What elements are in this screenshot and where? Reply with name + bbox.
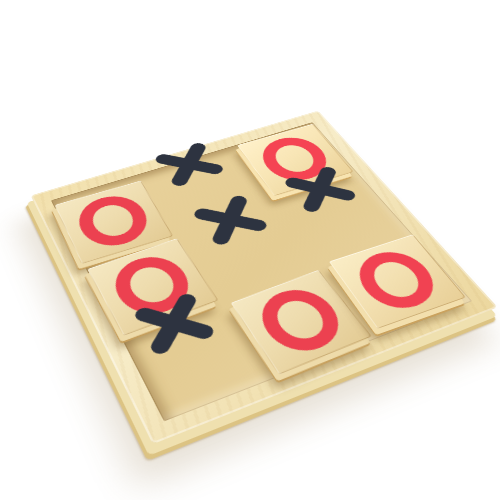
o-piece-ring (71, 190, 157, 253)
tile-x-r1c2[interactable]: X (149, 151, 228, 177)
o-piece-ring (249, 281, 352, 360)
scene: OXOOXXXOO (0, 0, 500, 500)
board-well: OXOOXXXOO (51, 122, 472, 421)
tic-tac-toe-board: OXOOXXXOO (31, 111, 498, 445)
o-piece-ring (347, 245, 447, 317)
board-grid: OXOOXXXOO (57, 126, 465, 415)
